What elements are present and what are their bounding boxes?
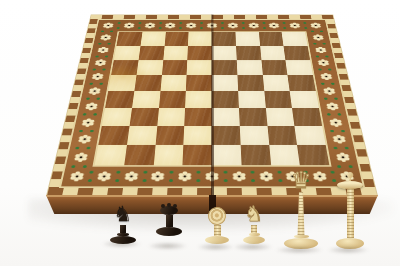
green-dot-inlay [158, 27, 161, 29]
green-dot-inlay [242, 27, 245, 29]
green-dot-inlay [138, 22, 141, 24]
board-square [240, 126, 269, 145]
green-dot-inlay [321, 83, 325, 85]
board-square [111, 60, 138, 75]
green-dot-inlay [86, 147, 90, 150]
green-dot-inlay [337, 113, 341, 115]
board-square [155, 126, 184, 145]
green-dot-inlay [283, 22, 286, 24]
flower-inlay-icon [293, 24, 297, 26]
green-dot-inlay [115, 179, 119, 182]
piece-stem [251, 225, 257, 233]
green-dot-inlay [221, 22, 224, 24]
board-square [116, 32, 142, 46]
board-square [163, 46, 188, 60]
green-dot-inlay [142, 179, 146, 182]
green-dot-inlay [278, 179, 282, 182]
flower-inlay-icon [92, 90, 97, 93]
flower-inlay-icon [314, 24, 318, 26]
board-square [262, 75, 289, 91]
green-dot-inlay [116, 171, 120, 174]
board-square [98, 126, 129, 145]
flower-inlay-icon [330, 105, 335, 108]
green-dot-inlay [348, 165, 352, 168]
green-dot-inlay [337, 165, 341, 168]
piece-shadow [197, 243, 235, 251]
spiral-rosette-icon [206, 205, 228, 227]
board-square [212, 91, 239, 108]
board-square [95, 145, 127, 165]
green-dot-inlay [93, 113, 97, 115]
board-square [240, 145, 270, 165]
flower-inlay-icon [101, 49, 105, 51]
board-square [157, 108, 185, 126]
green-dot-inlay [137, 27, 140, 29]
board-square [288, 75, 316, 91]
green-dot-inlay [71, 165, 75, 168]
green-dot-inlay [322, 43, 325, 45]
green-dot-inlay [105, 55, 109, 57]
green-dot-inlay [251, 179, 255, 182]
board-square [238, 91, 265, 108]
green-dot-inlay [197, 171, 201, 174]
board-square [292, 108, 322, 126]
flower-inlay-icon [321, 62, 326, 64]
piece-column [347, 189, 354, 238]
board-square [184, 126, 212, 145]
piece-base [156, 227, 182, 236]
board-square [134, 75, 161, 91]
green-dot-inlay [88, 179, 92, 182]
flower-inlay-icon [324, 75, 329, 78]
flower-inlay-icon [182, 175, 187, 179]
board-square [188, 32, 212, 46]
flower-inlay-icon [340, 156, 345, 159]
green-dot-inlay [241, 22, 244, 24]
board-square [267, 126, 297, 145]
flower-inlay-icon [74, 175, 80, 179]
board-square [183, 145, 212, 165]
green-dot-inlay [262, 22, 265, 24]
flower-inlay-icon [169, 24, 173, 26]
board-square [286, 60, 313, 75]
black-knight-icon: ♞ [114, 204, 133, 225]
board-square [185, 91, 212, 108]
board-square [186, 75, 212, 91]
flower-inlay-icon [98, 62, 103, 64]
green-dot-inlay [200, 22, 203, 24]
piece-white-knight: ♞ [239, 204, 269, 247]
green-dot-inlay [250, 171, 254, 174]
flower-inlay-icon [127, 24, 131, 26]
board-square [236, 46, 261, 60]
board-square [295, 126, 326, 145]
flower-inlay-icon [86, 121, 91, 124]
green-dot-inlay [303, 22, 306, 24]
flower-inlay-icon [333, 121, 338, 124]
green-dot-inlay [179, 22, 182, 24]
black-rook-turret-icon [160, 206, 178, 215]
green-dot-inlay [313, 43, 316, 45]
flower-inlay-icon [101, 175, 106, 179]
piece-white-bishop [203, 207, 231, 247]
board-square [187, 46, 212, 60]
board-square [290, 91, 319, 108]
green-dot-inlay [328, 69, 332, 71]
board-square [132, 91, 160, 108]
board-square [129, 108, 158, 126]
photo-scene: ♞ ♞ ♛ [0, 0, 400, 266]
green-dot-inlay [89, 171, 93, 174]
green-dot-inlay [320, 30, 323, 32]
board-square [124, 145, 155, 165]
board-square [297, 145, 329, 165]
green-dot-inlay [221, 27, 224, 29]
flower-inlay-icon [78, 156, 83, 159]
board-square [212, 126, 240, 145]
board-square [239, 108, 267, 126]
green-dot-inlay [345, 147, 349, 150]
board-square [237, 75, 264, 91]
green-dot-inlay [159, 22, 162, 24]
board-square [136, 60, 163, 75]
flower-inlay-icon [189, 24, 193, 26]
flower-inlay-icon [155, 175, 160, 179]
board-square [184, 108, 212, 126]
flower-inlay-icon [263, 175, 268, 179]
board-square [108, 75, 136, 91]
board-square [159, 91, 186, 108]
piece-stem [166, 215, 173, 227]
hinge-fold-seam [211, 14, 214, 196]
chess-board [46, 14, 378, 196]
flower-inlay-icon [89, 105, 94, 108]
board-square [212, 108, 240, 126]
green-dot-inlay [277, 171, 281, 174]
green-dot-inlay [75, 147, 79, 150]
green-dot-inlay [333, 147, 337, 150]
flower-inlay-icon [327, 90, 332, 93]
green-dot-inlay [83, 165, 87, 168]
board-square [282, 32, 308, 46]
green-dot-inlay [101, 30, 104, 32]
piece-stem [214, 225, 221, 236]
green-dot-inlay [95, 55, 99, 57]
board-square [212, 32, 236, 46]
flower-inlay-icon [231, 24, 235, 26]
board-square [187, 60, 212, 75]
board-square [212, 46, 237, 60]
green-dot-inlay [325, 55, 329, 57]
green-dot-inlay [318, 69, 322, 71]
flower-inlay-icon [337, 138, 342, 141]
green-dot-inlay [327, 113, 331, 115]
piece-shadow [147, 242, 188, 250]
board-square [269, 145, 300, 165]
board-square [164, 32, 189, 46]
board-square [237, 60, 263, 75]
piece-black-rook [154, 206, 184, 246]
green-dot-inlay [331, 83, 335, 85]
piece-shadow [275, 246, 324, 254]
green-dot-inlay [200, 27, 203, 29]
green-dot-inlay [311, 30, 314, 32]
board-square [264, 91, 292, 108]
board-square [153, 145, 183, 165]
green-dot-inlay [169, 179, 173, 182]
green-dot-inlay [316, 55, 320, 57]
board-square [259, 32, 284, 46]
board-square [284, 46, 310, 60]
flower-inlay-icon [82, 138, 87, 141]
flower-inlay-icon [106, 24, 110, 26]
flower-inlay-icon [148, 24, 152, 26]
green-dot-inlay [102, 69, 106, 71]
board-square [114, 46, 140, 60]
white-king-crown-icon: ♛ [291, 169, 312, 192]
flower-inlay-icon [104, 36, 108, 38]
green-dot-inlay [92, 69, 96, 71]
white-knight-icon: ♞ [245, 204, 264, 225]
green-dot-inlay [117, 22, 120, 24]
board-square [212, 60, 237, 75]
green-dot-inlay [143, 171, 147, 174]
green-dot-inlay [99, 83, 103, 85]
board-square [212, 75, 238, 91]
piece-shadow [232, 243, 273, 251]
board-square [265, 108, 294, 126]
green-dot-inlay [110, 30, 113, 32]
green-dot-inlay [90, 130, 94, 132]
piece-stem [120, 225, 126, 233]
green-dot-inlay [283, 27, 286, 29]
piece-shadow [101, 240, 142, 248]
green-dot-inlay [107, 43, 110, 45]
green-dot-inlay [223, 171, 227, 174]
green-dot-inlay [304, 27, 307, 29]
board-square [160, 75, 187, 91]
piece-white-king: ♛ [283, 169, 319, 250]
green-dot-inlay [196, 179, 200, 182]
board-square [140, 32, 165, 46]
flower-inlay-icon [316, 36, 320, 38]
board-square [105, 91, 134, 108]
board-square [212, 145, 241, 165]
flower-inlay-icon [252, 24, 256, 26]
green-dot-inlay [330, 130, 334, 132]
green-dot-inlay [79, 130, 83, 132]
board-square [102, 108, 132, 126]
green-dot-inlay [98, 43, 101, 45]
queen-parasol-icon [337, 181, 363, 189]
piece-white-queen [334, 172, 366, 250]
green-dot-inlay [224, 179, 228, 182]
green-dot-inlay [263, 27, 266, 29]
green-dot-inlay [324, 97, 328, 99]
board-square [261, 60, 288, 75]
board-square [235, 32, 260, 46]
piece-black-knight: ♞ [108, 204, 138, 244]
flower-inlay-icon [272, 24, 276, 26]
board-square [127, 126, 157, 145]
green-dot-inlay [341, 130, 345, 132]
piece-column [296, 192, 306, 235]
green-dot-inlay [83, 113, 87, 115]
flower-inlay-icon [236, 175, 241, 179]
green-dot-inlay [89, 83, 93, 85]
green-dot-inlay [116, 27, 119, 29]
piece-shadow [327, 246, 370, 254]
board-square [162, 60, 188, 75]
green-dot-inlay [170, 171, 174, 174]
board-square [260, 46, 286, 60]
green-dot-inlay [334, 97, 338, 99]
flower-inlay-icon [319, 49, 323, 51]
flower-inlay-icon [95, 75, 100, 78]
green-dot-inlay [179, 27, 182, 29]
green-dot-inlay [96, 97, 100, 99]
flower-inlay-icon [128, 175, 133, 179]
green-dot-inlay [86, 97, 90, 99]
board-square [138, 46, 164, 60]
